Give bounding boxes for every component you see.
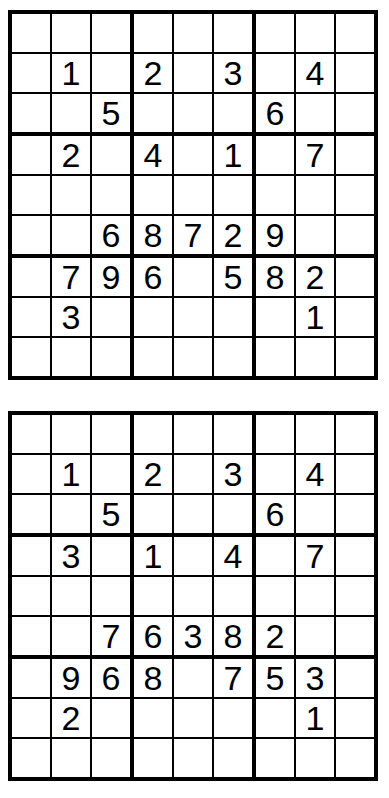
sudoku-cell-r7c2-given: 9 (52, 659, 92, 699)
sudoku-cell-r3c5-empty[interactable] (174, 94, 214, 136)
sudoku-cell-r5c4-empty[interactable] (134, 176, 174, 216)
sudoku-cell-r9c4-empty[interactable] (134, 739, 174, 777)
sudoku-cell-r4c2-given: 3 (52, 537, 92, 577)
sudoku-cell-r8c5-empty[interactable] (174, 699, 214, 739)
sudoku-cell-r1c8-empty[interactable] (296, 14, 336, 54)
sudoku-cell-r7c5-empty[interactable] (174, 258, 214, 298)
sudoku-cell-r7c8-given: 2 (296, 258, 336, 298)
sudoku-cell-r4c4-given: 4 (134, 136, 174, 176)
sudoku-cell-r7c9-empty[interactable] (336, 258, 374, 298)
sudoku-cell-r7c8-given: 3 (296, 659, 336, 699)
sudoku-cell-r8c6-empty[interactable] (214, 298, 256, 338)
sudoku-cell-r6c4-given: 6 (134, 617, 174, 659)
sudoku-cell-r4c7-empty[interactable] (256, 136, 296, 176)
sudoku-cell-r6c3-given: 7 (92, 617, 134, 659)
sudoku-cell-r5c7-empty[interactable] (256, 577, 296, 617)
sudoku-cell-r1c7-empty[interactable] (256, 14, 296, 54)
sudoku-cell-r9c3-empty[interactable] (92, 739, 134, 777)
sudoku-cell-r6c9-empty[interactable] (336, 617, 374, 659)
sudoku-cell-r1c2-empty[interactable] (52, 415, 92, 455)
sudoku-cell-r8c1-empty[interactable] (12, 298, 52, 338)
sudoku-cell-r9c4-empty[interactable] (134, 338, 174, 376)
sudoku-cell-r2c2-given: 1 (52, 54, 92, 94)
sudoku-cell-r2c5-empty[interactable] (174, 54, 214, 94)
sudoku-cell-r3c3-given: 5 (92, 495, 134, 537)
sudoku-cell-r1c8-empty[interactable] (296, 415, 336, 455)
sudoku-cell-r7c3-given: 6 (92, 659, 134, 699)
sudoku-cell-r8c5-empty[interactable] (174, 298, 214, 338)
sudoku-cell-r1c6-empty[interactable] (214, 415, 256, 455)
sudoku-cell-r9c2-empty[interactable] (52, 739, 92, 777)
sudoku-cell-r6c6-given: 2 (214, 216, 256, 258)
sudoku-cell-r5c5-empty[interactable] (174, 176, 214, 216)
sudoku-cell-r2c7-empty[interactable] (256, 455, 296, 495)
sudoku-cell-r2c3-empty[interactable] (92, 54, 134, 94)
sudoku-cell-r2c1-empty[interactable] (12, 54, 52, 94)
sudoku-cell-r9c5-empty[interactable] (174, 739, 214, 777)
sudoku-cell-r4c7-empty[interactable] (256, 537, 296, 577)
sudoku-cell-r5c7-empty[interactable] (256, 176, 296, 216)
sudoku-cell-r8c3-empty[interactable] (92, 699, 134, 739)
sudoku-cell-r2c3-empty[interactable] (92, 455, 134, 495)
sudoku-cell-r1c1-empty[interactable] (12, 14, 52, 54)
sudoku-cell-r3c2-empty[interactable] (52, 495, 92, 537)
sudoku-cell-r1c3-empty[interactable] (92, 14, 134, 54)
sudoku-cell-r6c2-empty[interactable] (52, 216, 92, 258)
sudoku-cell-r4c5-empty[interactable] (174, 136, 214, 176)
sudoku-cell-r3c8-empty[interactable] (296, 495, 336, 537)
sudoku-cell-r1c2-empty[interactable] (52, 14, 92, 54)
sudoku-cell-r8c9-empty[interactable] (336, 298, 374, 338)
sudoku-cell-r7c6-given: 7 (214, 659, 256, 699)
sudoku-cell-r3c4-empty[interactable] (134, 94, 174, 136)
sudoku-cell-r7c4-given: 6 (134, 258, 174, 298)
sudoku-cell-r1c9-empty[interactable] (336, 415, 374, 455)
sudoku-cell-r2c1-empty[interactable] (12, 455, 52, 495)
sudoku-cell-r8c7-empty[interactable] (256, 298, 296, 338)
sudoku-cell-r9c2-empty[interactable] (52, 338, 92, 376)
sudoku-cell-r5c5-empty[interactable] (174, 577, 214, 617)
sudoku-cell-r1c4-empty[interactable] (134, 14, 174, 54)
sudoku-cell-r6c5-given: 7 (174, 216, 214, 258)
sudoku-cell-r4c8-given: 7 (296, 136, 336, 176)
sudoku-cell-r3c9-empty[interactable] (336, 94, 374, 136)
sudoku-cell-r6c8-empty[interactable] (296, 216, 336, 258)
sudoku-cell-r1c3-empty[interactable] (92, 415, 134, 455)
sudoku-cell-r4c8-given: 7 (296, 537, 336, 577)
sudoku-cell-r1c4-empty[interactable] (134, 415, 174, 455)
sudoku-cell-r5c4-empty[interactable] (134, 577, 174, 617)
sudoku-cell-r4c1-empty[interactable] (12, 136, 52, 176)
sudoku-cell-r5c9-empty[interactable] (336, 176, 374, 216)
sudoku-board-1: 12345624176872979658231 (8, 10, 378, 380)
sudoku-cell-r3c7-given: 6 (256, 495, 296, 537)
sudoku-cell-r8c2-given: 2 (52, 699, 92, 739)
sudoku-cell-r1c9-empty[interactable] (336, 14, 374, 54)
sudoku-cell-r7c4-given: 8 (134, 659, 174, 699)
sudoku-cell-r1c1-empty[interactable] (12, 415, 52, 455)
sudoku-cell-r9c7-empty[interactable] (256, 739, 296, 777)
sudoku-cell-r7c7-given: 8 (256, 258, 296, 298)
sudoku-cell-r9c9-empty[interactable] (336, 739, 374, 777)
sudoku-cell-r7c2-given: 7 (52, 258, 92, 298)
sudoku-cell-r8c4-empty[interactable] (134, 699, 174, 739)
sudoku-cell-r7c1-empty[interactable] (12, 659, 52, 699)
sudoku-cell-r9c5-empty[interactable] (174, 338, 214, 376)
sudoku-cell-r5c6-empty[interactable] (214, 577, 256, 617)
sudoku-cell-r1c5-empty[interactable] (174, 415, 214, 455)
sudoku-cell-r3c7-given: 6 (256, 94, 296, 136)
sudoku-cell-r5c8-empty[interactable] (296, 176, 336, 216)
sudoku-cell-r4c4-given: 1 (134, 537, 174, 577)
sudoku-cell-r2c7-empty[interactable] (256, 54, 296, 94)
sudoku-cell-r2c4-given: 2 (134, 54, 174, 94)
sudoku-cell-r5c1-empty[interactable] (12, 176, 52, 216)
sudoku-page: 12345624176872979658231 1234563147763829… (0, 0, 389, 781)
sudoku-cell-r5c8-empty[interactable] (296, 577, 336, 617)
sudoku-cell-r1c7-empty[interactable] (256, 415, 296, 455)
sudoku-cell-r8c1-empty[interactable] (12, 699, 52, 739)
sudoku-cell-r1c6-empty[interactable] (214, 14, 256, 54)
sudoku-cell-r6c1-empty[interactable] (12, 617, 52, 659)
sudoku-cell-r8c4-empty[interactable] (134, 298, 174, 338)
sudoku-cell-r9c8-empty[interactable] (296, 739, 336, 777)
sudoku-cell-r6c1-empty[interactable] (12, 216, 52, 258)
sudoku-cell-r7c6-given: 5 (214, 258, 256, 298)
sudoku-cell-r8c8-given: 1 (296, 298, 336, 338)
sudoku-cell-r4c9-empty[interactable] (336, 537, 374, 577)
sudoku-cell-r7c5-empty[interactable] (174, 659, 214, 699)
sudoku-cell-r1c5-empty[interactable] (174, 14, 214, 54)
sudoku-cell-r5c9-empty[interactable] (336, 577, 374, 617)
sudoku-cell-r8c9-empty[interactable] (336, 699, 374, 739)
sudoku-cell-r3c5-empty[interactable] (174, 495, 214, 537)
sudoku-cell-r9c1-empty[interactable] (12, 338, 52, 376)
sudoku-cell-r2c6-given: 3 (214, 455, 256, 495)
sudoku-cell-r4c5-empty[interactable] (174, 537, 214, 577)
sudoku-board-2: 12345631477638296875321 (8, 411, 378, 781)
sudoku-cell-r6c8-empty[interactable] (296, 617, 336, 659)
sudoku-cell-r3c1-empty[interactable] (12, 495, 52, 537)
sudoku-cell-r6c5-given: 3 (174, 617, 214, 659)
sudoku-cell-r4c6-given: 4 (214, 537, 256, 577)
sudoku-cell-r3c6-empty[interactable] (214, 94, 256, 136)
sudoku-cell-r6c4-given: 8 (134, 216, 174, 258)
sudoku-cell-r7c3-given: 9 (92, 258, 134, 298)
sudoku-cell-r3c3-given: 5 (92, 94, 134, 136)
sudoku-cell-r3c2-empty[interactable] (52, 94, 92, 136)
sudoku-cell-r5c2-empty[interactable] (52, 577, 92, 617)
sudoku-cell-r6c7-given: 2 (256, 617, 296, 659)
sudoku-cell-r9c7-empty[interactable] (256, 338, 296, 376)
sudoku-cell-r3c4-empty[interactable] (134, 495, 174, 537)
sudoku-cell-r9c8-empty[interactable] (296, 338, 336, 376)
sudoku-cell-r5c2-empty[interactable] (52, 176, 92, 216)
sudoku-cell-r2c4-given: 2 (134, 455, 174, 495)
sudoku-cell-r4c6-given: 1 (214, 136, 256, 176)
sudoku-cell-r7c1-empty[interactable] (12, 258, 52, 298)
sudoku-cell-r3c1-empty[interactable] (12, 94, 52, 136)
sudoku-cell-r5c6-empty[interactable] (214, 176, 256, 216)
sudoku-cell-r2c5-empty[interactable] (174, 455, 214, 495)
sudoku-cell-r6c7-given: 9 (256, 216, 296, 258)
sudoku-cell-r9c6-empty[interactable] (214, 739, 256, 777)
sudoku-cell-r4c3-empty[interactable] (92, 136, 134, 176)
sudoku-cell-r8c7-empty[interactable] (256, 699, 296, 739)
sudoku-cell-r6c3-given: 6 (92, 216, 134, 258)
sudoku-cell-r6c9-empty[interactable] (336, 216, 374, 258)
sudoku-cell-r8c8-given: 1 (296, 699, 336, 739)
sudoku-cell-r8c2-given: 3 (52, 298, 92, 338)
sudoku-cell-r4c1-empty[interactable] (12, 537, 52, 577)
sudoku-cell-r3c9-empty[interactable] (336, 495, 374, 537)
sudoku-cell-r7c7-given: 5 (256, 659, 296, 699)
sudoku-cell-r2c9-empty[interactable] (336, 455, 374, 495)
sudoku-cell-r6c6-given: 8 (214, 617, 256, 659)
sudoku-cell-r2c8-given: 4 (296, 455, 336, 495)
sudoku-cell-r3c8-empty[interactable] (296, 94, 336, 136)
sudoku-cell-r9c3-empty[interactable] (92, 338, 134, 376)
sudoku-cell-r5c3-empty[interactable] (92, 577, 134, 617)
sudoku-cell-r3c6-empty[interactable] (214, 495, 256, 537)
sudoku-cell-r2c9-empty[interactable] (336, 54, 374, 94)
sudoku-cell-r4c3-empty[interactable] (92, 537, 134, 577)
sudoku-cell-r2c6-given: 3 (214, 54, 256, 94)
sudoku-cell-r6c2-empty[interactable] (52, 617, 92, 659)
sudoku-cell-r4c2-given: 2 (52, 136, 92, 176)
sudoku-cell-r2c8-given: 4 (296, 54, 336, 94)
sudoku-cell-r5c1-empty[interactable] (12, 577, 52, 617)
sudoku-cell-r9c9-empty[interactable] (336, 338, 374, 376)
sudoku-cell-r5c3-empty[interactable] (92, 176, 134, 216)
sudoku-cell-r9c6-empty[interactable] (214, 338, 256, 376)
sudoku-cell-r7c9-empty[interactable] (336, 659, 374, 699)
sudoku-cell-r8c6-empty[interactable] (214, 699, 256, 739)
sudoku-cell-r2c2-given: 1 (52, 455, 92, 495)
sudoku-cell-r8c3-empty[interactable] (92, 298, 134, 338)
sudoku-cell-r9c1-empty[interactable] (12, 739, 52, 777)
sudoku-cell-r4c9-empty[interactable] (336, 136, 374, 176)
